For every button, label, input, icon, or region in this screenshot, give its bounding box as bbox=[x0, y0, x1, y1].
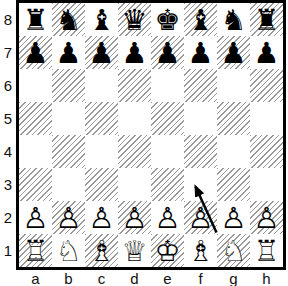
white-pawn-d2: ♙ bbox=[118, 201, 151, 234]
white-pawn-h2: ♙ bbox=[250, 201, 283, 234]
square-c3 bbox=[85, 168, 118, 201]
white-queen-d1: ♕ bbox=[118, 234, 151, 267]
white-pawn-b2: ♙ bbox=[52, 201, 85, 234]
square-d3 bbox=[118, 168, 151, 201]
rank-label-4: 4 bbox=[0, 135, 16, 168]
square-g6 bbox=[217, 69, 250, 102]
rank-label-5: 5 bbox=[0, 102, 16, 135]
file-label-d: d bbox=[118, 270, 151, 286]
file-label-b: b bbox=[52, 270, 85, 286]
square-b8: ♞ bbox=[52, 3, 85, 36]
square-h7: ♟ bbox=[250, 36, 283, 69]
square-d8: ♛ bbox=[118, 3, 151, 36]
square-e1: ♚♔ bbox=[151, 234, 184, 267]
white-knight-g1: ♘ bbox=[217, 234, 250, 267]
black-pawn-g7: ♟ bbox=[217, 36, 250, 69]
square-h1: ♜♖ bbox=[250, 234, 283, 267]
black-knight-g8: ♞ bbox=[217, 3, 250, 36]
black-queen-d8: ♛ bbox=[118, 3, 151, 36]
square-d6 bbox=[118, 69, 151, 102]
square-h6 bbox=[250, 69, 283, 102]
white-pawn-f2: ♙ bbox=[184, 201, 217, 234]
square-c4 bbox=[85, 135, 118, 168]
square-a8: ♜ bbox=[19, 3, 52, 36]
square-e8: ♚ bbox=[151, 3, 184, 36]
file-label-e: e bbox=[151, 270, 184, 286]
black-pawn-a7: ♟ bbox=[19, 36, 52, 69]
white-rook-h1: ♖ bbox=[250, 234, 283, 267]
square-f5 bbox=[184, 102, 217, 135]
square-c1: ♝♗ bbox=[85, 234, 118, 267]
square-b4 bbox=[52, 135, 85, 168]
square-d5 bbox=[118, 102, 151, 135]
file-label-c: c bbox=[85, 270, 118, 286]
square-a4 bbox=[19, 135, 52, 168]
square-a1: ♜♖ bbox=[19, 234, 52, 267]
square-g8: ♞ bbox=[217, 3, 250, 36]
square-a3 bbox=[19, 168, 52, 201]
black-pawn-d7: ♟ bbox=[118, 36, 151, 69]
square-b5 bbox=[52, 102, 85, 135]
black-pawn-e7: ♟ bbox=[151, 36, 184, 69]
square-h2: ♟♙ bbox=[250, 201, 283, 234]
square-g2: ♟♙ bbox=[217, 201, 250, 234]
white-knight-b1: ♘ bbox=[52, 234, 85, 267]
square-a6 bbox=[19, 69, 52, 102]
square-f8: ♝ bbox=[184, 3, 217, 36]
square-h8: ♜ bbox=[250, 3, 283, 36]
white-bishop-c1: ♗ bbox=[85, 234, 118, 267]
square-e5 bbox=[151, 102, 184, 135]
square-a5 bbox=[19, 102, 52, 135]
rank-label-2: 2 bbox=[0, 201, 16, 234]
square-b2: ♟♙ bbox=[52, 201, 85, 234]
square-d7: ♟ bbox=[118, 36, 151, 69]
black-pawn-h7: ♟ bbox=[250, 36, 283, 69]
square-f7: ♟ bbox=[184, 36, 217, 69]
square-g3 bbox=[217, 168, 250, 201]
square-g5 bbox=[217, 102, 250, 135]
square-f6 bbox=[184, 69, 217, 102]
square-c5 bbox=[85, 102, 118, 135]
file-labels: abcdefgh bbox=[16, 270, 286, 286]
black-bishop-f8: ♝ bbox=[184, 3, 217, 36]
file-label-h: h bbox=[250, 270, 283, 286]
square-d4 bbox=[118, 135, 151, 168]
black-pawn-b7: ♟ bbox=[52, 36, 85, 69]
white-pawn-e2: ♙ bbox=[151, 201, 184, 234]
file-label-f: f bbox=[184, 270, 217, 286]
square-h5 bbox=[250, 102, 283, 135]
square-d2: ♟♙ bbox=[118, 201, 151, 234]
square-f1: ♝♗ bbox=[184, 234, 217, 267]
white-pawn-g2: ♙ bbox=[217, 201, 250, 234]
square-g7: ♟ bbox=[217, 36, 250, 69]
square-f2: ♟♙ bbox=[184, 201, 217, 234]
rank-label-7: 7 bbox=[0, 36, 16, 69]
square-c6 bbox=[85, 69, 118, 102]
white-pawn-a2: ♙ bbox=[19, 201, 52, 234]
square-e4 bbox=[151, 135, 184, 168]
board-with-coordinates: 87654321 ♜♞♝♛♚♝♞♜♟♟♟♟♟♟♟♟♟♙♟♙♟♙♟♙♟♙♟♙♟♙♟… bbox=[0, 0, 288, 286]
square-h3 bbox=[250, 168, 283, 201]
square-f4 bbox=[184, 135, 217, 168]
square-f3 bbox=[184, 168, 217, 201]
white-king-e1: ♔ bbox=[151, 234, 184, 267]
black-rook-h8: ♜ bbox=[250, 3, 283, 36]
square-b3 bbox=[52, 168, 85, 201]
square-b6 bbox=[52, 69, 85, 102]
square-a7: ♟ bbox=[19, 36, 52, 69]
board-grid: ♜♞♝♛♚♝♞♜♟♟♟♟♟♟♟♟♟♙♟♙♟♙♟♙♟♙♟♙♟♙♟♙♜♖♞♘♝♗♛♕… bbox=[19, 3, 283, 267]
square-h4 bbox=[250, 135, 283, 168]
chess-board: ♜♞♝♛♚♝♞♜♟♟♟♟♟♟♟♟♟♙♟♙♟♙♟♙♟♙♟♙♟♙♟♙♜♖♞♘♝♗♛♕… bbox=[16, 0, 286, 270]
square-e6 bbox=[151, 69, 184, 102]
black-king-e8: ♚ bbox=[151, 3, 184, 36]
square-b1: ♞♘ bbox=[52, 234, 85, 267]
black-knight-b8: ♞ bbox=[52, 3, 85, 36]
file-label-g: g bbox=[217, 270, 250, 286]
black-pawn-f7: ♟ bbox=[184, 36, 217, 69]
square-e7: ♟ bbox=[151, 36, 184, 69]
black-rook-a8: ♜ bbox=[19, 3, 52, 36]
rank-label-8: 8 bbox=[0, 3, 16, 36]
black-bishop-c8: ♝ bbox=[85, 3, 118, 36]
rank-label-6: 6 bbox=[0, 69, 16, 102]
white-rook-a1: ♖ bbox=[19, 234, 52, 267]
square-e2: ♟♙ bbox=[151, 201, 184, 234]
square-a2: ♟♙ bbox=[19, 201, 52, 234]
black-pawn-c7: ♟ bbox=[85, 36, 118, 69]
white-pawn-c2: ♙ bbox=[85, 201, 118, 234]
square-g4 bbox=[217, 135, 250, 168]
square-g1: ♞♘ bbox=[217, 234, 250, 267]
square-c7: ♟ bbox=[85, 36, 118, 69]
square-e3 bbox=[151, 168, 184, 201]
rank-label-1: 1 bbox=[0, 234, 16, 267]
rank-labels: 87654321 bbox=[0, 0, 16, 270]
square-b7: ♟ bbox=[52, 36, 85, 69]
square-c2: ♟♙ bbox=[85, 201, 118, 234]
chess-diagram: 87654321 ♜♞♝♛♚♝♞♜♟♟♟♟♟♟♟♟♟♙♟♙♟♙♟♙♟♙♟♙♟♙♟… bbox=[0, 0, 288, 286]
square-d1: ♛♕ bbox=[118, 234, 151, 267]
square-c8: ♝ bbox=[85, 3, 118, 36]
white-bishop-f1: ♗ bbox=[184, 234, 217, 267]
file-label-a: a bbox=[19, 270, 52, 286]
rank-label-3: 3 bbox=[0, 168, 16, 201]
